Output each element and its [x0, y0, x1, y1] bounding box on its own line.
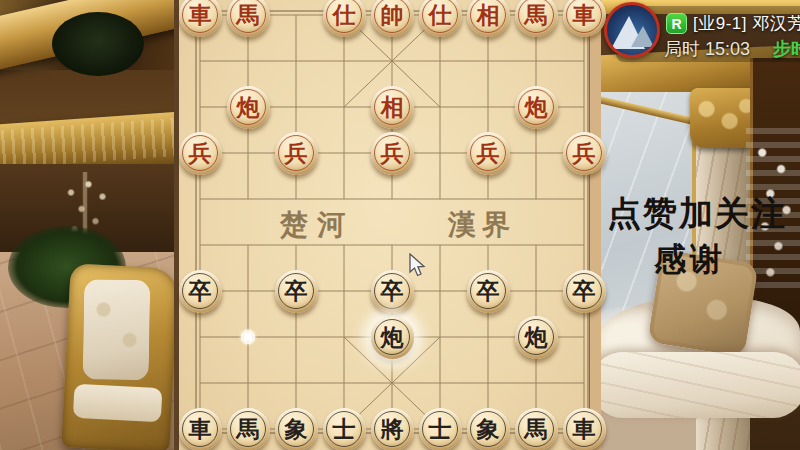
piece-black-chariot[interactable]: 車 — [563, 408, 606, 450]
piece-black-soldier[interactable]: 卒 — [467, 270, 510, 313]
piece-glyph: 仕 — [429, 3, 452, 26]
piece-red-cannon[interactable]: 炮 — [515, 86, 558, 129]
piece-glyph: 兵 — [285, 141, 308, 164]
piece-red-general[interactable]: 帥 — [371, 0, 414, 37]
screen: 楚河 漢界 車馬仕帥仕相馬車炮相炮兵兵兵兵兵卒卒卒卒卒炮炮車馬象士將士象馬車 R… — [0, 0, 800, 450]
river-label-han: 漢界 — [448, 206, 516, 244]
piece-glyph: 炮 — [525, 95, 548, 118]
chair-seat-cushion — [73, 384, 163, 423]
piece-black-soldier[interactable]: 卒 — [179, 270, 222, 313]
piece-red-chariot[interactable]: 車 — [563, 0, 606, 37]
piece-black-soldier[interactable]: 卒 — [371, 270, 414, 313]
player-avatar[interactable] — [604, 2, 660, 58]
piece-glyph: 卒 — [285, 279, 308, 302]
piece-glyph: 卒 — [477, 279, 500, 302]
move-origin-marker — [239, 328, 257, 346]
board-grid — [179, 0, 601, 450]
piece-red-soldier[interactable]: 兵 — [275, 132, 318, 175]
banner-line2: 感谢 — [588, 238, 792, 282]
piece-glyph: 相 — [477, 3, 500, 26]
piece-glyph: 炮 — [381, 325, 404, 348]
piece-black-horse[interactable]: 馬 — [227, 408, 270, 450]
piece-glyph: 卒 — [381, 279, 404, 302]
piece-red-soldier[interactable]: 兵 — [467, 132, 510, 175]
piece-glyph: 兵 — [189, 141, 212, 164]
game-time-value: 15:03 — [705, 39, 750, 59]
piece-glyph: 士 — [429, 417, 452, 440]
piece-black-advisor[interactable]: 士 — [323, 408, 366, 450]
piece-glyph: 車 — [189, 417, 212, 440]
piece-black-horse[interactable]: 馬 — [515, 408, 558, 450]
piece-glyph: 馬 — [237, 417, 260, 440]
piece-glyph: 兵 — [477, 141, 500, 164]
piece-glyph: 象 — [285, 417, 308, 440]
piece-red-cannon[interactable]: 炮 — [227, 86, 270, 129]
piece-glyph: 仕 — [333, 3, 356, 26]
piece-black-soldier[interactable]: 卒 — [275, 270, 318, 313]
game-time: 局时 15:03 — [664, 37, 750, 61]
piece-red-soldier[interactable]: 兵 — [563, 132, 606, 175]
banner-line1: 点赞加关注 — [595, 191, 799, 237]
stream-banner: 点赞加关注 感谢 — [596, 191, 800, 282]
plant-top — [52, 12, 144, 76]
piece-red-elephant[interactable]: 相 — [467, 0, 510, 37]
piece-glyph: 馬 — [525, 417, 548, 440]
piece-glyph: 車 — [573, 3, 596, 26]
piece-black-advisor[interactable]: 士 — [419, 408, 462, 450]
background-left-interior — [0, 0, 174, 450]
piece-glyph: 炮 — [525, 325, 548, 348]
chair-back-cushion — [83, 279, 151, 380]
sofa-front — [596, 404, 800, 450]
piece-black-cannon[interactable]: 炮 — [371, 316, 414, 359]
piece-glyph: 兵 — [381, 141, 404, 164]
piece-black-elephant[interactable]: 象 — [275, 408, 318, 450]
rank-badge-icon: R — [666, 13, 687, 34]
piece-glyph: 帥 — [381, 3, 404, 26]
piece-black-general[interactable]: 將 — [371, 408, 414, 450]
piece-glyph: 卒 — [189, 279, 212, 302]
piece-glyph: 馬 — [237, 3, 260, 26]
piece-glyph: 車 — [189, 3, 212, 26]
piece-red-advisor[interactable]: 仕 — [419, 0, 462, 37]
piece-glyph: 車 — [573, 417, 596, 440]
river-label-chu: 楚河 — [280, 206, 354, 244]
piece-glyph: 馬 — [525, 3, 548, 26]
piece-red-chariot[interactable]: 車 — [179, 0, 222, 37]
piece-red-horse[interactable]: 馬 — [227, 0, 270, 37]
piece-glyph: 將 — [381, 417, 404, 440]
game-time-label: 局时 — [664, 39, 700, 59]
player-name: [业9-1] 邓汉芳 — [693, 12, 800, 35]
piece-glyph: 兵 — [573, 141, 596, 164]
piece-red-horse[interactable]: 馬 — [515, 0, 558, 37]
xiangqi-board[interactable]: 楚河 漢界 車馬仕帥仕相馬車炮相炮兵兵兵兵兵卒卒卒卒卒炮炮車馬象士將士象馬車 — [174, 0, 596, 450]
piece-glyph: 象 — [477, 417, 500, 440]
piece-red-advisor[interactable]: 仕 — [323, 0, 366, 37]
piece-black-elephant[interactable]: 象 — [467, 408, 510, 450]
gilded-chair — [61, 263, 174, 450]
piece-black-chariot[interactable]: 車 — [179, 408, 222, 450]
piece-black-cannon[interactable]: 炮 — [515, 316, 558, 359]
piece-red-soldier[interactable]: 兵 — [371, 132, 414, 175]
move-time-label: 步时 — [773, 37, 800, 61]
avatar-mountain-icon — [607, 5, 657, 55]
piece-glyph: 士 — [333, 417, 356, 440]
piece-red-elephant[interactable]: 相 — [371, 86, 414, 129]
piece-glyph: 相 — [381, 95, 404, 118]
piece-glyph: 炮 — [237, 95, 260, 118]
piece-red-soldier[interactable]: 兵 — [179, 132, 222, 175]
